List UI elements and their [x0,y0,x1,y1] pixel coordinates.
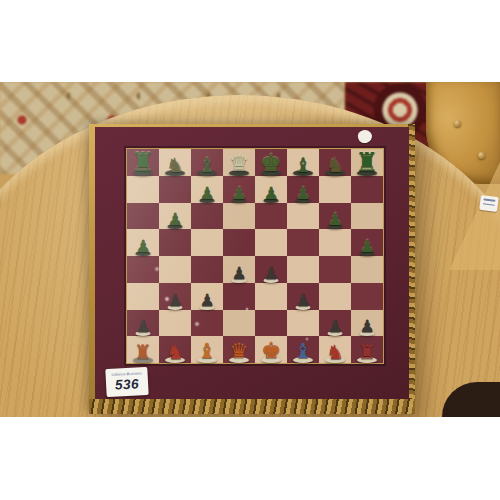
square-h2: ♟ [351,310,383,337]
square-g3 [319,283,351,310]
board-border: ♜♞♝♛♚♝♞♜♟♟♟♟♟♟♟♟♟♟♟♟♟♟♟♟♜♞♝♛♚♝♞♜ [95,127,409,399]
square-c4 [191,256,223,283]
lot-sticker: Littleton Auctions 536 [105,367,148,397]
piece-base [328,331,343,336]
square-c6 [191,203,223,230]
square-d7: ♟ [223,176,255,203]
piece-base [168,305,183,310]
square-f7: ♟ [287,176,319,203]
square-h4 [351,256,383,283]
square-h5: ♟ [351,229,383,256]
piece-base [357,357,377,363]
square-e4: ♟ [255,256,287,283]
square-b5 [159,229,191,256]
square-h3 [351,283,383,310]
piece-base [197,170,217,176]
square-b6: ♟ [159,203,191,230]
square-h6 [351,203,383,230]
square-b2 [159,310,191,337]
square-e5 [255,229,287,256]
piece-base [293,357,313,363]
auction-photo: ♜♞♝♛♚♝♞♜♟♟♟♟♟♟♟♟♟♟♟♟♟♟♟♟♜♞♝♛♚♝♞♜ Littlet… [0,82,500,417]
leather-button [454,120,461,127]
square-b8: ♞ [159,149,191,176]
piece-base [360,251,375,256]
piece-base [197,357,217,363]
piece-base [200,305,215,310]
square-a3 [127,283,159,310]
piece-base [136,251,151,256]
square-h8: ♜ [351,149,383,176]
square-g8: ♞ [319,149,351,176]
square-a4 [127,256,159,283]
board-grid: ♜♞♝♛♚♝♞♜♟♟♟♟♟♟♟♟♟♟♟♟♟♟♟♟♜♞♝♛♚♝♞♜ [127,149,383,363]
lot-number: 536 [106,376,149,393]
square-e2 [255,310,287,337]
piece-base [229,357,249,363]
piece-base [296,198,311,203]
square-a2: ♟ [127,310,159,337]
square-f6 [287,203,319,230]
table-edge-sticker [479,195,499,212]
square-f1: ♝ [287,336,319,363]
piece-base [357,170,377,176]
square-c1: ♝ [191,336,223,363]
square-a5: ♟ [127,229,159,256]
piece-base [232,198,247,203]
piece-base [325,170,345,176]
piece-base [293,170,313,176]
square-h1: ♜ [351,336,383,363]
square-f2 [287,310,319,337]
piece-base [296,305,311,310]
square-b7 [159,176,191,203]
square-g6: ♟ [319,203,351,230]
square-f5 [287,229,319,256]
piece-base [264,198,279,203]
piece-base [261,357,281,363]
piece-base [200,198,215,203]
piece-base [360,331,375,336]
square-e3 [255,283,287,310]
square-c2 [191,310,223,337]
square-d1: ♛ [223,336,255,363]
square-g1: ♞ [319,336,351,363]
square-d2 [223,310,255,337]
square-h7 [351,176,383,203]
square-e6 [255,203,287,230]
square-a6 [127,203,159,230]
square-d6 [223,203,255,230]
piece-base [232,278,247,283]
square-g2: ♟ [319,310,351,337]
square-a8: ♜ [127,149,159,176]
square-d4: ♟ [223,256,255,283]
leather-button [478,152,485,159]
square-c3: ♟ [191,283,223,310]
square-e7: ♟ [255,176,287,203]
piece-base [133,170,153,176]
piece-base [136,331,151,336]
square-c5 [191,229,223,256]
label-fragment [357,128,374,144]
piece-base [165,357,185,363]
square-g7 [319,176,351,203]
piece-base [168,224,183,229]
square-c8: ♝ [191,149,223,176]
piece-base [264,278,279,283]
square-e1: ♚ [255,336,287,363]
square-g4 [319,256,351,283]
piece-base [328,224,343,229]
square-b1: ♞ [159,336,191,363]
piece-base [229,170,249,176]
square-b4 [159,256,191,283]
square-f3: ♟ [287,283,319,310]
square-d3 [223,283,255,310]
square-d8: ♛ [223,149,255,176]
piece-base [165,170,185,176]
square-e8: ♚ [255,149,287,176]
square-d5 [223,229,255,256]
square-a1: ♜ [127,336,159,363]
piece-base [325,357,345,363]
square-f8: ♝ [287,149,319,176]
piece-base [133,357,153,363]
square-f4 [287,256,319,283]
square-b3: ♟ [159,283,191,310]
square-c7: ♟ [191,176,223,203]
square-g5 [319,229,351,256]
square-a7 [127,176,159,203]
piece-base [261,170,281,176]
